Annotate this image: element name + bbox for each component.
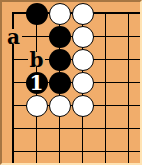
go-board-grid: ab1	[2, 2, 140, 163]
intersection-c5-r5	[94, 94, 117, 117]
white-stone	[72, 49, 94, 71]
white-stone	[72, 3, 94, 25]
intersection-c5-r4	[94, 71, 117, 94]
intersection-c4-r5	[71, 94, 94, 117]
intersection-c1-r4	[2, 71, 25, 94]
black-stone	[49, 26, 71, 48]
intersection-c4-r6	[71, 117, 94, 140]
intersection-c6-r4	[117, 71, 140, 94]
intersection-c6-r6	[117, 117, 140, 140]
intersection-c2-r4: 1	[25, 71, 48, 94]
intersection-c2-r6	[25, 117, 48, 140]
intersection-c1-r3	[2, 48, 25, 71]
intersection-c6-r5	[117, 94, 140, 117]
intersection-c2-r3: b	[25, 48, 48, 71]
intersection-c2-r1	[25, 2, 48, 25]
intersection-c1-r2: a	[2, 25, 25, 48]
point-label-a: a	[5, 29, 22, 44]
intersection-c4-r4	[71, 71, 94, 94]
intersection-c5-r1	[94, 2, 117, 25]
intersection-c1-r6	[2, 117, 25, 140]
intersection-c3-r3	[48, 48, 71, 71]
intersection-c2-r5	[25, 94, 48, 117]
go-board-diagram: ab1	[0, 0, 142, 165]
black-stone	[26, 3, 48, 25]
intersection-c3-r7	[48, 140, 71, 163]
intersection-c6-r1	[117, 2, 140, 25]
intersection-c1-r5	[2, 94, 25, 117]
intersection-c1-r7	[2, 140, 25, 163]
intersection-c4-r2	[71, 25, 94, 48]
intersection-c5-r3	[94, 48, 117, 71]
intersection-c6-r3	[117, 48, 140, 71]
intersection-c4-r3	[71, 48, 94, 71]
intersection-c3-r4	[48, 71, 71, 94]
black-stone	[49, 72, 71, 94]
intersection-c6-r7	[117, 140, 140, 163]
intersection-c4-r1	[71, 2, 94, 25]
white-stone	[49, 3, 71, 25]
intersection-c3-r5	[48, 94, 71, 117]
point-label-b: b	[28, 52, 45, 67]
white-stone	[72, 26, 94, 48]
black-stone	[49, 49, 71, 71]
intersection-c2-r2	[25, 25, 48, 48]
white-stone	[72, 95, 94, 117]
white-stone	[72, 72, 94, 94]
intersection-c2-r7	[25, 140, 48, 163]
intersection-c3-r1	[48, 2, 71, 25]
intersection-c3-r2	[48, 25, 71, 48]
intersection-c6-r2	[117, 25, 140, 48]
intersection-c1-r1	[2, 2, 25, 25]
intersection-c5-r2	[94, 25, 117, 48]
intersection-c5-r6	[94, 117, 117, 140]
white-stone	[49, 95, 71, 117]
intersection-c3-r6	[48, 117, 71, 140]
intersection-c4-r7	[71, 140, 94, 163]
intersection-c5-r7	[94, 140, 117, 163]
white-stone	[26, 95, 48, 117]
black-stone-move-1: 1	[26, 72, 48, 94]
